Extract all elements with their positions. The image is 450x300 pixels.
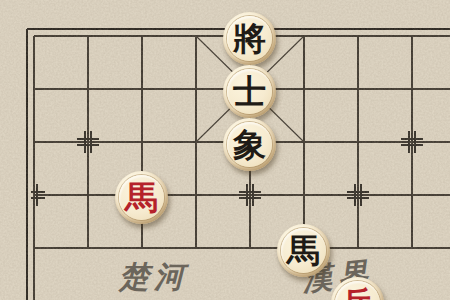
- piece-glyph: 士: [223, 65, 276, 118]
- piece-red-horse[interactable]: 馬: [115, 171, 168, 224]
- piece-glyph: 兵: [331, 277, 384, 300]
- piece-glyph: 象: [223, 118, 276, 171]
- piece-black-elephant[interactable]: 象: [223, 118, 276, 171]
- piece-glyph: 將: [223, 12, 276, 65]
- xiangqi-board[interactable]: 楚河 漢界 將士象馬馬兵: [0, 0, 450, 300]
- piece-red-soldier[interactable]: 兵: [331, 277, 384, 300]
- piece-glyph: 馬: [277, 224, 330, 277]
- piece-black-horse[interactable]: 馬: [277, 224, 330, 277]
- piece-black-advisor[interactable]: 士: [223, 65, 276, 118]
- river-label-chu-he: 楚河: [119, 257, 189, 298]
- piece-black-general[interactable]: 將: [223, 12, 276, 65]
- piece-glyph: 馬: [115, 171, 168, 224]
